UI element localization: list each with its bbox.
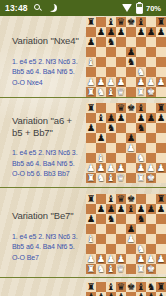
black-pawn-piece: ♟ <box>87 214 96 224</box>
black-pawn-piece: ♟ <box>147 204 156 214</box>
board-square: ♜ <box>86 87 96 97</box>
board-square <box>126 244 136 254</box>
board-square: ♜ <box>86 173 96 183</box>
board-square <box>146 224 156 234</box>
variation-list-item-be7[interactable]: Variation "Be7" 1. e4 e5 2. Nf3 Nc6 3. B… <box>0 187 166 277</box>
white-queen-piece: ♛ <box>117 173 126 183</box>
board-square: ♜ <box>86 103 96 113</box>
black-pawn-piece: ♟ <box>97 204 106 214</box>
board-square <box>106 143 116 153</box>
board-square: ♚ <box>146 264 156 274</box>
black-knight-piece: ♞ <box>107 37 116 47</box>
board-square: ♟ <box>156 27 166 37</box>
white-pawn-piece: ♟ <box>157 77 166 87</box>
board-square <box>86 133 96 143</box>
board-square <box>116 234 126 244</box>
black-pawn-piece: ♟ <box>87 123 96 133</box>
battery-icon <box>136 3 143 14</box>
black-bishop-piece: ♝ <box>127 204 136 214</box>
board-square <box>156 133 166 143</box>
variation-moves: 1. e4 e5 2. Nf3 Nc6 3. Bb5 a6 4. Ba4 Nf6… <box>12 57 86 89</box>
board-square: ♟ <box>106 292 116 296</box>
black-pawn-piece: ♟ <box>87 292 96 296</box>
variation-title: Variation "Be7" <box>12 210 86 222</box>
board-square: ♟ <box>146 113 156 123</box>
board-square <box>126 113 136 123</box>
board-square: ♟ <box>96 27 106 37</box>
board-square <box>136 224 146 234</box>
black-pawn-piece: ♟ <box>117 113 126 123</box>
chess-board: ♜♛♚♝♜♝♟♟♟♟♟♟♞♞♟♟♟♝♞♟♟♟♟♟♟♟♜♞♝♛♜♚ <box>86 103 166 183</box>
battery-percent: 70% <box>146 4 161 13</box>
black-rook-piece: ♜ <box>87 194 96 204</box>
board-square <box>136 133 146 143</box>
board-square <box>136 37 146 47</box>
board-square <box>146 143 156 153</box>
board-square: ♛ <box>116 87 126 97</box>
board-square <box>116 47 126 57</box>
white-king-piece: ♚ <box>147 87 156 97</box>
black-knight-piece: ♞ <box>107 123 116 133</box>
board-square <box>126 27 136 37</box>
board-square <box>96 234 106 244</box>
black-pawn-piece: ♟ <box>157 292 166 296</box>
black-pawn-piece: ♟ <box>157 204 166 214</box>
board-square <box>126 87 136 97</box>
board-square: ♟ <box>86 292 96 296</box>
board-square: ♟ <box>136 27 146 37</box>
board-preview-wrap: ♜♝♛♚♝♞♜♟♟♟♟♟♟♟ <box>86 278 166 296</box>
board-square: ♟ <box>86 123 96 133</box>
board-square <box>96 57 106 67</box>
black-pawn-piece: ♟ <box>87 37 96 47</box>
board-square: ♟ <box>126 143 136 153</box>
board-square <box>156 224 166 234</box>
white-rook-piece: ♜ <box>87 173 96 183</box>
black-pawn-piece: ♟ <box>107 292 116 296</box>
board-square <box>116 214 126 224</box>
board-square: ♟ <box>126 234 136 244</box>
variation-text-column: Variation "Nxe4" 1. e4 e5 2. Nf3 Nc6 3. … <box>0 16 86 97</box>
white-king-piece: ♚ <box>147 173 156 183</box>
board-square <box>146 234 156 244</box>
black-king-piece: ♚ <box>127 282 136 292</box>
board-preview-wrap: ♜♝♛♚♜♟♟♟♝♟♟♟♟♞♞♟♝♟♞♟♟♟♟♟♟♟♜♞♝♛♜♚ <box>86 188 166 277</box>
board-square <box>106 57 116 67</box>
board-square: ♚ <box>146 173 156 183</box>
board-square: ♝ <box>106 264 116 274</box>
board-square <box>96 37 106 47</box>
black-rook-piece: ♜ <box>87 17 96 27</box>
black-pawn-piece: ♟ <box>97 27 106 37</box>
board-square <box>96 214 106 224</box>
white-queen-piece: ♛ <box>117 264 126 274</box>
board-square: ♟ <box>156 163 166 173</box>
chess-board: ♜♝♛♚♝♜♟♟♟♟♟♟♟♞♟♝♞♞♟♟♟♟♟♟♟♜♞♝♛♜♚ <box>86 17 166 97</box>
black-pawn-piece: ♟ <box>137 292 146 296</box>
board-square <box>156 57 166 67</box>
white-bishop-piece: ♝ <box>107 264 116 274</box>
white-bishop-piece: ♝ <box>87 57 96 67</box>
variation-text-column <box>0 278 86 296</box>
board-square <box>156 143 166 153</box>
chess-board: ♜♝♛♚♜♟♟♟♝♟♟♟♟♞♞♟♝♟♞♟♟♟♟♟♟♟♜♞♝♛♜♚ <box>86 194 166 274</box>
board-square: ♚ <box>126 17 136 27</box>
board-square <box>126 264 136 274</box>
board-square: ♟ <box>116 113 126 123</box>
board-square <box>106 133 116 143</box>
black-knight-piece: ♞ <box>107 214 116 224</box>
white-bishop-piece: ♝ <box>107 173 116 183</box>
search-icon <box>34 4 43 13</box>
board-square: ♝ <box>86 57 96 67</box>
white-knight-piece: ♞ <box>97 173 106 183</box>
black-pawn-piece: ♟ <box>157 27 166 37</box>
board-square: ♟ <box>96 204 106 214</box>
black-bishop-piece: ♝ <box>97 113 106 123</box>
white-knight-piece: ♞ <box>97 87 106 97</box>
board-square <box>126 173 136 183</box>
board-square: ♟ <box>146 292 156 296</box>
board-square: ♚ <box>126 282 136 292</box>
board-square: ♝ <box>126 204 136 214</box>
variation-list-item-nxe4[interactable]: Variation "Nxe4" 1. e4 e5 2. Nf3 Nc6 3. … <box>0 16 166 97</box>
board-square <box>96 224 106 234</box>
board-square <box>146 57 156 67</box>
variation-text-column: Variation "a6 + b5 + Bb7" 1. e4 e5 2. Nf… <box>0 98 86 187</box>
board-square: ♞ <box>96 173 106 183</box>
board-square: ♟ <box>156 204 166 214</box>
board-preview-wrap: ♜♛♚♝♜♝♟♟♟♟♟♟♞♞♟♟♟♝♞♟♟♟♟♟♟♟♜♞♝♛♜♚ <box>86 98 166 187</box>
board-square: ♟ <box>116 204 126 214</box>
white-pawn-piece: ♟ <box>127 234 136 244</box>
board-square: ♝ <box>106 87 116 97</box>
board-square <box>156 264 166 274</box>
board-square: ♜ <box>136 173 146 183</box>
board-square <box>156 123 166 133</box>
white-bishop-piece: ♝ <box>107 87 116 97</box>
variation-list-item-a6-b5-bb7[interactable]: Variation "a6 + b5 + Bb7" 1. e4 e5 2. Nf… <box>0 97 166 187</box>
white-rook-piece: ♜ <box>87 264 96 274</box>
board-square <box>96 47 106 57</box>
board-square: ♞ <box>96 264 106 274</box>
app-screen: 13:48 70% Variation "Nxe4" 1. e4 e5 2. N… <box>0 0 166 296</box>
board-square <box>126 77 136 87</box>
board-square <box>156 87 166 97</box>
board-square <box>156 37 166 47</box>
black-pawn-piece: ♟ <box>147 292 156 296</box>
white-bishop-piece: ♝ <box>87 234 96 244</box>
white-pawn-piece: ♟ <box>127 143 136 153</box>
board-square: ♟ <box>136 292 146 296</box>
board-square: ♟ <box>156 77 166 87</box>
board-square <box>146 47 156 57</box>
black-rook-piece: ♜ <box>87 103 96 113</box>
board-square <box>116 224 126 234</box>
variation-title: Variation "a6 + b5 + Bb7" <box>12 115 86 138</box>
black-pawn-piece: ♟ <box>147 113 156 123</box>
board-square: ♟ <box>146 204 156 214</box>
board-square <box>116 143 126 153</box>
black-pawn-piece: ♟ <box>147 27 156 37</box>
board-square <box>156 47 166 57</box>
wifi-icon <box>122 4 132 12</box>
board-square: ♞ <box>136 214 146 224</box>
variation-moves: 1. e4 e5 2. Nf3 Nc6 3. Bb5 a6 4. Ba4 Nf6… <box>12 148 86 180</box>
board-square: ♜ <box>86 17 96 27</box>
black-king-piece: ♚ <box>127 17 136 27</box>
board-square <box>116 123 126 133</box>
white-rook-piece: ♜ <box>137 173 146 183</box>
board-preview-wrap: ♜♝♛♚♝♜♟♟♟♟♟♟♟♞♟♝♞♞♟♟♟♟♟♟♟♜♞♝♛♜♚ <box>86 16 166 97</box>
board-square <box>136 47 146 57</box>
board-square: ♞ <box>136 123 146 133</box>
board-square <box>126 292 136 296</box>
board-square: ♞ <box>126 57 136 67</box>
variation-title: Variation "Nxe4" <box>12 35 86 47</box>
board-square: ♜ <box>136 264 146 274</box>
status-bar: 13:48 70% <box>0 0 166 16</box>
board-square: ♚ <box>146 87 156 97</box>
board-square <box>156 234 166 244</box>
board-square <box>106 47 116 57</box>
board-square: ♜ <box>86 264 96 274</box>
board-square: ♞ <box>106 214 116 224</box>
white-rook-piece: ♜ <box>137 87 146 97</box>
board-square: ♟ <box>96 292 106 296</box>
board-square: ♜ <box>86 194 96 204</box>
white-pawn-piece: ♟ <box>157 254 166 264</box>
board-square: ♞ <box>106 37 116 47</box>
board-square: ♟ <box>116 27 126 37</box>
clock: 13:48 <box>5 3 28 13</box>
board-square <box>146 37 156 47</box>
board-square <box>126 163 136 173</box>
board-square: ♚ <box>126 103 136 113</box>
board-square <box>86 143 96 153</box>
board-square: ♛ <box>116 173 126 183</box>
board-square <box>106 224 116 234</box>
board-square: ♟ <box>146 27 156 37</box>
board-square: ♟ <box>156 254 166 264</box>
board-square <box>126 254 136 264</box>
white-rook-piece: ♜ <box>87 87 96 97</box>
black-pawn-piece: ♟ <box>97 292 106 296</box>
white-queen-piece: ♛ <box>117 87 126 97</box>
board-square <box>116 133 126 143</box>
white-knight-piece: ♞ <box>97 264 106 274</box>
board-square: ♟ <box>156 113 166 123</box>
board-square: ♝ <box>96 113 106 123</box>
white-king-piece: ♚ <box>147 264 156 274</box>
board-square: ♝ <box>106 173 116 183</box>
black-knight-piece: ♞ <box>127 57 136 67</box>
board-square: ♟ <box>86 37 96 47</box>
black-pawn-piece: ♟ <box>117 204 126 214</box>
board-square: ♞ <box>106 123 116 133</box>
board-square <box>156 173 166 183</box>
chess-board: ♜♝♛♚♝♞♜♟♟♟♟♟♟♟ <box>86 282 166 296</box>
board-square: ♜ <box>136 87 146 97</box>
variation-moves: 1. e4 e5 2. Nf3 Nc6 3. Bb5 a6 4. Ba4 Nf6… <box>12 232 86 264</box>
variation-text-column: Variation "Be7" 1. e4 e5 2. Nf3 Nc6 3. B… <box>0 188 86 277</box>
board-square <box>116 37 126 47</box>
board-square <box>146 214 156 224</box>
board-square <box>146 133 156 143</box>
white-rook-piece: ♜ <box>137 264 146 274</box>
board-square <box>116 57 126 67</box>
black-pawn-piece: ♟ <box>97 133 106 143</box>
black-pawn-piece: ♟ <box>117 27 126 37</box>
white-pawn-piece: ♟ <box>157 163 166 173</box>
black-pawn-piece: ♟ <box>137 27 146 37</box>
board-square: ♟ <box>86 214 96 224</box>
variation-list-item-partial[interactable]: ♜♝♛♚♝♞♜♟♟♟♟♟♟♟ <box>0 277 166 296</box>
board-square: ♛ <box>116 264 126 274</box>
board-square <box>126 67 136 77</box>
moon-icon <box>49 4 57 12</box>
board-square: ♟ <box>116 292 126 296</box>
board-square <box>126 153 136 163</box>
black-king-piece: ♚ <box>127 103 136 113</box>
black-pawn-piece: ♟ <box>117 292 126 296</box>
black-knight-piece: ♞ <box>137 123 146 133</box>
black-pawn-piece: ♟ <box>157 113 166 123</box>
board-square <box>156 214 166 224</box>
board-square: ♞ <box>96 87 106 97</box>
board-square: ♟ <box>156 292 166 296</box>
board-square <box>106 234 116 244</box>
board-square: ♟ <box>96 133 106 143</box>
black-knight-piece: ♞ <box>137 214 146 224</box>
board-square: ♝ <box>86 234 96 244</box>
board-square <box>146 123 156 133</box>
